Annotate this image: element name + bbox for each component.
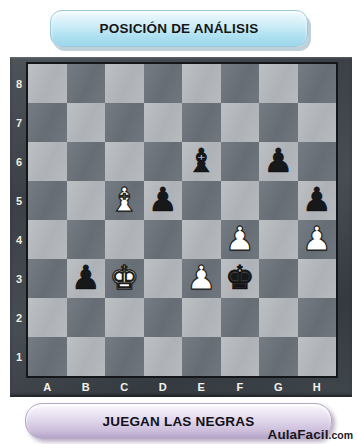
square-g3[interactable]	[259, 259, 298, 298]
square-b3[interactable]: ♟	[67, 259, 106, 298]
brand-name: AulaFacil	[268, 427, 329, 442]
square-c6[interactable]	[105, 142, 144, 181]
title-banner-label: POSICIÓN DE ANÁLISIS	[100, 21, 259, 36]
square-g7[interactable]	[259, 103, 298, 142]
square-h4[interactable]: ♟	[298, 220, 337, 259]
square-d8[interactable]	[144, 64, 183, 103]
title-banner: POSICIÓN DE ANÁLISIS	[50, 10, 308, 47]
file-label-g: G	[259, 376, 298, 397]
square-f4[interactable]: ♟	[221, 220, 260, 259]
square-b2[interactable]	[67, 298, 106, 337]
square-a1[interactable]	[28, 337, 67, 376]
square-c5[interactable]: ♝	[105, 181, 144, 220]
square-d7[interactable]	[144, 103, 183, 142]
black-pawn: ♟	[302, 181, 332, 219]
square-g6[interactable]: ♟	[259, 142, 298, 181]
square-d5[interactable]: ♟	[144, 181, 183, 220]
square-a4[interactable]	[28, 220, 67, 259]
page: POSICIÓN DE ANÁLISIS 87654321 ♝♟♝♟♟♟♟♟♚♟…	[0, 0, 357, 444]
file-label-f: F	[221, 376, 260, 397]
board-grid: ♝♟♝♟♟♟♟♟♚♟♚	[28, 64, 336, 376]
rank-label-6: 6	[10, 142, 28, 181]
square-f6[interactable]	[221, 142, 260, 181]
square-c3[interactable]: ♚	[105, 259, 144, 298]
black-pawn: ♟	[71, 259, 101, 297]
bottom-banner-label: JUEGAN LAS NEGRAS	[103, 414, 255, 429]
rank-label-2: 2	[10, 298, 28, 337]
white-pawn: ♟	[225, 220, 255, 258]
square-f3[interactable]: ♚	[221, 259, 260, 298]
rank-label-4: 4	[10, 220, 28, 259]
square-e6[interactable]: ♝	[182, 142, 221, 181]
square-a5[interactable]	[28, 181, 67, 220]
square-h7[interactable]	[298, 103, 337, 142]
square-e8[interactable]	[182, 64, 221, 103]
square-h1[interactable]	[298, 337, 337, 376]
square-h3[interactable]	[298, 259, 337, 298]
square-g2[interactable]	[259, 298, 298, 337]
chess-board: 87654321 ♝♟♝♟♟♟♟♟♚♟♚ ABCDEFGH	[10, 57, 352, 397]
square-a6[interactable]	[28, 142, 67, 181]
white-pawn: ♟	[186, 259, 216, 297]
square-b6[interactable]	[67, 142, 106, 181]
file-label-b: B	[67, 376, 106, 397]
square-g1[interactable]	[259, 337, 298, 376]
file-label-d: D	[144, 376, 183, 397]
square-c7[interactable]	[105, 103, 144, 142]
file-labels: ABCDEFGH	[28, 376, 336, 397]
rank-label-7: 7	[10, 103, 28, 142]
square-h5[interactable]: ♟	[298, 181, 337, 220]
square-d6[interactable]	[144, 142, 183, 181]
black-bishop: ♝	[186, 142, 216, 180]
square-b1[interactable]	[67, 337, 106, 376]
square-d2[interactable]	[144, 298, 183, 337]
square-a7[interactable]	[28, 103, 67, 142]
square-d4[interactable]	[144, 220, 183, 259]
square-f5[interactable]	[221, 181, 260, 220]
file-label-c: C	[105, 376, 144, 397]
square-e5[interactable]	[182, 181, 221, 220]
rank-label-8: 8	[10, 64, 28, 103]
square-g5[interactable]	[259, 181, 298, 220]
square-g8[interactable]	[259, 64, 298, 103]
brand: AulaFacil .com	[268, 427, 353, 442]
square-b7[interactable]	[67, 103, 106, 142]
square-e1[interactable]	[182, 337, 221, 376]
black-pawn: ♟	[148, 181, 178, 219]
square-b4[interactable]	[67, 220, 106, 259]
square-c8[interactable]	[105, 64, 144, 103]
square-a2[interactable]	[28, 298, 67, 337]
square-f1[interactable]	[221, 337, 260, 376]
square-f8[interactable]	[221, 64, 260, 103]
square-e7[interactable]	[182, 103, 221, 142]
square-b8[interactable]	[67, 64, 106, 103]
square-f2[interactable]	[221, 298, 260, 337]
white-bishop: ♝	[109, 181, 139, 219]
square-c1[interactable]	[105, 337, 144, 376]
square-d3[interactable]	[144, 259, 183, 298]
square-h6[interactable]	[298, 142, 337, 181]
square-a8[interactable]	[28, 64, 67, 103]
square-e4[interactable]	[182, 220, 221, 259]
square-g4[interactable]	[259, 220, 298, 259]
square-e2[interactable]	[182, 298, 221, 337]
square-b5[interactable]	[67, 181, 106, 220]
square-f7[interactable]	[221, 103, 260, 142]
file-label-h: H	[298, 376, 337, 397]
white-pawn: ♟	[302, 220, 332, 258]
brand-suffix: .com	[328, 429, 353, 441]
rank-labels: 87654321	[10, 64, 28, 376]
file-label-e: E	[182, 376, 221, 397]
square-d1[interactable]	[144, 337, 183, 376]
square-e3[interactable]: ♟	[182, 259, 221, 298]
square-h2[interactable]	[298, 298, 337, 337]
white-king: ♚	[109, 259, 139, 297]
black-pawn: ♟	[263, 142, 293, 180]
black-king: ♚	[225, 259, 255, 297]
square-h8[interactable]	[298, 64, 337, 103]
rank-label-5: 5	[10, 181, 28, 220]
rank-label-3: 3	[10, 259, 28, 298]
square-c2[interactable]	[105, 298, 144, 337]
rank-label-1: 1	[10, 337, 28, 376]
square-c4[interactable]	[105, 220, 144, 259]
square-a3[interactable]	[28, 259, 67, 298]
file-label-a: A	[28, 376, 67, 397]
